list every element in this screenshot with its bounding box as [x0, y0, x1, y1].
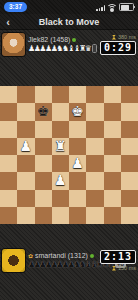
- square-f6[interactable]: [86, 121, 103, 138]
- online-dot: [72, 38, 76, 42]
- bottom-player-avatar[interactable]: [2, 249, 25, 272]
- square-e6[interactable]: [69, 121, 86, 138]
- square-b4[interactable]: [17, 155, 34, 172]
- square-f3[interactable]: [86, 172, 103, 189]
- square-g1[interactable]: [104, 207, 121, 224]
- square-g3[interactable]: [104, 172, 121, 189]
- spacer: [0, 59, 138, 86]
- wifi-icon: [107, 4, 116, 11]
- square-h1[interactable]: [121, 207, 138, 224]
- square-c2[interactable]: [35, 190, 52, 207]
- square-e4[interactable]: ♟: [69, 155, 86, 172]
- square-d8[interactable]: [52, 86, 69, 103]
- square-c7[interactable]: ♚: [35, 103, 52, 120]
- square-h4[interactable]: [121, 155, 138, 172]
- small-badge-icon: [92, 44, 97, 53]
- square-b2[interactable]: [17, 190, 34, 207]
- square-b7[interactable]: [17, 103, 34, 120]
- square-h5[interactable]: [121, 138, 138, 155]
- square-h8[interactable]: [121, 86, 138, 103]
- square-d6[interactable]: [52, 121, 69, 138]
- square-a1[interactable]: [0, 207, 17, 224]
- square-e1[interactable]: [69, 207, 86, 224]
- bottom-filler: [0, 275, 138, 300]
- square-d1[interactable]: [52, 207, 69, 224]
- square-g2[interactable]: [104, 190, 121, 207]
- latency-icon: [112, 35, 116, 40]
- square-a7[interactable]: [0, 103, 17, 120]
- square-e3[interactable]: [69, 172, 86, 189]
- square-a4[interactable]: [0, 155, 17, 172]
- white-pawn: ♟: [54, 172, 67, 189]
- bottom-player-name: ✿ smartandi (1312): [28, 252, 97, 259]
- status-time-pill[interactable]: 3:37: [4, 2, 27, 12]
- square-c3[interactable]: [35, 172, 52, 189]
- square-d2[interactable]: [52, 190, 69, 207]
- square-c6[interactable]: [35, 121, 52, 138]
- player-row-top[interactable]: Jlek82 (1458) ♟♟♟♟♟♞♞♝♝♜♛ 380 ms 0:29: [0, 30, 138, 59]
- spacer: [0, 224, 138, 246]
- top-player-name: Jlek82 (1458): [28, 36, 97, 43]
- square-d5[interactable]: ♜: [52, 138, 69, 155]
- square-f4[interactable]: [86, 155, 103, 172]
- square-d4[interactable]: [52, 155, 69, 172]
- square-a3[interactable]: [0, 172, 17, 189]
- battery-icon: [119, 3, 134, 11]
- square-b1[interactable]: [17, 207, 34, 224]
- square-f2[interactable]: [86, 190, 103, 207]
- online-dot: [90, 254, 94, 258]
- square-h3[interactable]: [121, 172, 138, 189]
- square-a8[interactable]: [0, 86, 17, 103]
- white-pawn: ♟: [71, 155, 84, 172]
- flair-icon: ✿: [28, 253, 33, 259]
- latency-icon: [112, 266, 116, 271]
- square-d7[interactable]: [52, 103, 69, 120]
- square-c4[interactable]: [35, 155, 52, 172]
- page-title: Black to Move: [0, 17, 138, 27]
- square-h6[interactable]: [121, 121, 138, 138]
- top-latency: 380 ms: [112, 34, 136, 40]
- square-e8[interactable]: [69, 86, 86, 103]
- square-e7[interactable]: ♚: [69, 103, 86, 120]
- square-c1[interactable]: [35, 207, 52, 224]
- square-f8[interactable]: [86, 86, 103, 103]
- square-e5[interactable]: [69, 138, 86, 155]
- square-d3[interactable]: ♟: [52, 172, 69, 189]
- chess-board[interactable]: ♚♚♟♜♟♟: [0, 86, 138, 224]
- top-player-clock: 0:29: [100, 41, 136, 55]
- square-g8[interactable]: [104, 86, 121, 103]
- square-h2[interactable]: [121, 190, 138, 207]
- white-rook: ♜: [54, 138, 67, 155]
- square-a2[interactable]: [0, 190, 17, 207]
- player-row-bottom[interactable]: ✿ smartandi (1312) ♟♟♟♟♟♟♟♟♞♞♝♝♜♜♛ +8 2:…: [0, 246, 138, 275]
- black-king: ♚: [37, 103, 50, 120]
- square-b8[interactable]: [17, 86, 34, 103]
- square-g7[interactable]: [104, 103, 121, 120]
- white-king: ♚: [71, 103, 84, 120]
- square-f5[interactable]: [86, 138, 103, 155]
- bottom-player-clock: 2:13: [100, 250, 136, 264]
- status-icons: [96, 3, 134, 11]
- square-b3[interactable]: [17, 172, 34, 189]
- square-g4[interactable]: [104, 155, 121, 172]
- white-pawn: ♟: [20, 138, 33, 155]
- nav-bar: ‹ Black to Move: [0, 14, 138, 30]
- status-bar: 3:37: [0, 0, 138, 14]
- cellular-signal-icon: [96, 5, 105, 11]
- square-c8[interactable]: [35, 86, 52, 103]
- bottom-latency: 150 ms: [112, 265, 136, 271]
- top-player-avatar[interactable]: [2, 33, 25, 56]
- square-c5[interactable]: [35, 138, 52, 155]
- square-a6[interactable]: [0, 121, 17, 138]
- square-g6[interactable]: [104, 121, 121, 138]
- square-f1[interactable]: [86, 207, 103, 224]
- square-e2[interactable]: [69, 190, 86, 207]
- square-h7[interactable]: [121, 103, 138, 120]
- square-a5[interactable]: [0, 138, 17, 155]
- app-screen: 3:37 ‹ Black to Move Jlek82 (1458): [0, 0, 138, 300]
- square-f7[interactable]: [86, 103, 103, 120]
- square-g5[interactable]: [104, 138, 121, 155]
- top-captured-pieces: ♟♟♟♟♟♞♞♝♝♜♛: [28, 44, 90, 53]
- square-b6[interactable]: [17, 121, 34, 138]
- square-b5[interactable]: ♟: [17, 138, 34, 155]
